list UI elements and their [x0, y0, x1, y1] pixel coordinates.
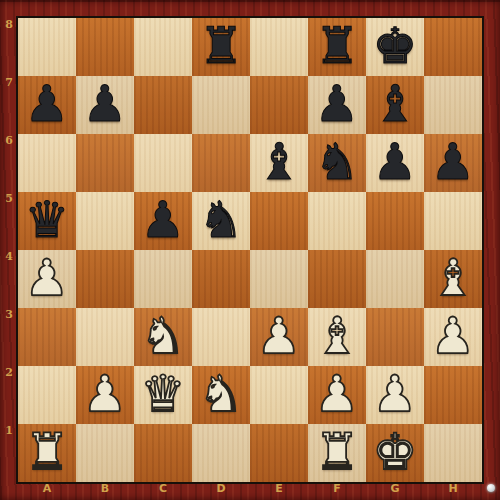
black-bishop[interactable]: ♝	[250, 134, 308, 192]
square-g3[interactable]	[366, 308, 424, 366]
square-f1[interactable]: ♜	[308, 424, 366, 482]
square-f7[interactable]: ♟	[308, 76, 366, 134]
white-pawn[interactable]: ♟	[250, 308, 308, 366]
chess-board-window: 87654321 ABCDEFGH ♜♜♚♟♟♟♝♝♞♟♟♛♟♞♟♝♞♟♝♟♟♛…	[0, 0, 500, 500]
square-d5[interactable]: ♞	[192, 192, 250, 250]
square-h6[interactable]: ♟	[424, 134, 482, 192]
white-pawn[interactable]: ♟	[308, 366, 366, 424]
file-labels: ABCDEFGH	[18, 482, 482, 500]
square-f2[interactable]: ♟	[308, 366, 366, 424]
file-label-c: C	[134, 482, 192, 500]
white-knight[interactable]: ♞	[134, 308, 192, 366]
rank-label-5: 5	[0, 192, 18, 250]
rank-label-7: 7	[0, 76, 18, 134]
square-c4[interactable]	[134, 250, 192, 308]
file-label-e: E	[250, 482, 308, 500]
square-b3[interactable]	[76, 308, 134, 366]
white-rook[interactable]: ♜	[308, 424, 366, 482]
square-a8[interactable]	[18, 18, 76, 76]
square-f6[interactable]: ♞	[308, 134, 366, 192]
square-a3[interactable]	[18, 308, 76, 366]
white-pawn[interactable]: ♟	[366, 366, 424, 424]
square-b7[interactable]: ♟	[76, 76, 134, 134]
square-d6[interactable]	[192, 134, 250, 192]
side-to-move-indicator	[487, 484, 495, 492]
rank-label-3: 3	[0, 308, 18, 366]
square-g6[interactable]: ♟	[366, 134, 424, 192]
square-g2[interactable]: ♟	[366, 366, 424, 424]
square-f4[interactable]	[308, 250, 366, 308]
square-a6[interactable]	[18, 134, 76, 192]
square-f3[interactable]: ♝	[308, 308, 366, 366]
square-f5[interactable]	[308, 192, 366, 250]
rank-label-6: 6	[0, 134, 18, 192]
square-e5[interactable]	[250, 192, 308, 250]
square-d2[interactable]: ♞	[192, 366, 250, 424]
square-c2[interactable]: ♛	[134, 366, 192, 424]
file-label-g: G	[366, 482, 424, 500]
square-c1[interactable]	[134, 424, 192, 482]
square-e4[interactable]	[250, 250, 308, 308]
rank-label-1: 1	[0, 424, 18, 482]
square-c6[interactable]	[134, 134, 192, 192]
square-b5[interactable]	[76, 192, 134, 250]
square-d3[interactable]	[192, 308, 250, 366]
square-g7[interactable]: ♝	[366, 76, 424, 134]
square-c7[interactable]	[134, 76, 192, 134]
chess-board: ♜♜♚♟♟♟♝♝♞♟♟♛♟♞♟♝♞♟♝♟♟♛♞♟♟♜♜♚	[18, 18, 482, 482]
white-pawn[interactable]: ♟	[76, 366, 134, 424]
file-label-d: D	[192, 482, 250, 500]
square-e2[interactable]	[250, 366, 308, 424]
square-h5[interactable]	[424, 192, 482, 250]
black-pawn[interactable]: ♟	[308, 76, 366, 134]
white-king[interactable]: ♚	[366, 424, 424, 482]
file-label-f: F	[308, 482, 366, 500]
rank-label-4: 4	[0, 250, 18, 308]
black-pawn[interactable]: ♟	[18, 76, 76, 134]
square-a7[interactable]: ♟	[18, 76, 76, 134]
square-e1[interactable]	[250, 424, 308, 482]
square-b8[interactable]	[76, 18, 134, 76]
white-rook[interactable]: ♜	[18, 424, 76, 482]
black-knight[interactable]: ♞	[308, 134, 366, 192]
black-pawn[interactable]: ♟	[424, 134, 482, 192]
square-h8[interactable]	[424, 18, 482, 76]
black-king[interactable]: ♚	[366, 18, 424, 76]
square-g1[interactable]: ♚	[366, 424, 424, 482]
square-h3[interactable]: ♟	[424, 308, 482, 366]
square-h1[interactable]	[424, 424, 482, 482]
square-b4[interactable]	[76, 250, 134, 308]
square-c3[interactable]: ♞	[134, 308, 192, 366]
white-bishop[interactable]: ♝	[308, 308, 366, 366]
black-knight[interactable]: ♞	[192, 192, 250, 250]
square-a4[interactable]: ♟	[18, 250, 76, 308]
square-h4[interactable]: ♝	[424, 250, 482, 308]
white-pawn[interactable]: ♟	[18, 250, 76, 308]
white-bishop[interactable]: ♝	[424, 250, 482, 308]
rank-label-2: 2	[0, 366, 18, 424]
black-bishop[interactable]: ♝	[366, 76, 424, 134]
file-label-b: B	[76, 482, 134, 500]
rank-labels: 87654321	[0, 18, 18, 482]
square-g8[interactable]: ♚	[366, 18, 424, 76]
square-b1[interactable]	[76, 424, 134, 482]
black-queen[interactable]: ♛	[18, 192, 76, 250]
square-e6[interactable]: ♝	[250, 134, 308, 192]
square-b2[interactable]: ♟	[76, 366, 134, 424]
square-e3[interactable]: ♟	[250, 308, 308, 366]
square-c8[interactable]	[134, 18, 192, 76]
file-label-h: H	[424, 482, 482, 500]
square-g5[interactable]	[366, 192, 424, 250]
square-h7[interactable]	[424, 76, 482, 134]
black-pawn[interactable]: ♟	[366, 134, 424, 192]
black-rook[interactable]: ♜	[308, 18, 366, 76]
square-b6[interactable]	[76, 134, 134, 192]
black-pawn[interactable]: ♟	[76, 76, 134, 134]
white-knight[interactable]: ♞	[192, 366, 250, 424]
square-e8[interactable]	[250, 18, 308, 76]
square-a2[interactable]	[18, 366, 76, 424]
square-d7[interactable]	[192, 76, 250, 134]
square-c5[interactable]: ♟	[134, 192, 192, 250]
rank-label-8: 8	[0, 18, 18, 76]
black-rook[interactable]: ♜	[192, 18, 250, 76]
square-e7[interactable]	[250, 76, 308, 134]
square-d4[interactable]	[192, 250, 250, 308]
white-queen[interactable]: ♛	[134, 366, 192, 424]
square-f8[interactable]: ♜	[308, 18, 366, 76]
white-pawn[interactable]: ♟	[424, 308, 482, 366]
square-d1[interactable]	[192, 424, 250, 482]
square-h2[interactable]	[424, 366, 482, 424]
square-a1[interactable]: ♜	[18, 424, 76, 482]
square-d8[interactable]: ♜	[192, 18, 250, 76]
file-label-a: A	[18, 482, 76, 500]
square-a5[interactable]: ♛	[18, 192, 76, 250]
square-g4[interactable]	[366, 250, 424, 308]
black-pawn[interactable]: ♟	[134, 192, 192, 250]
